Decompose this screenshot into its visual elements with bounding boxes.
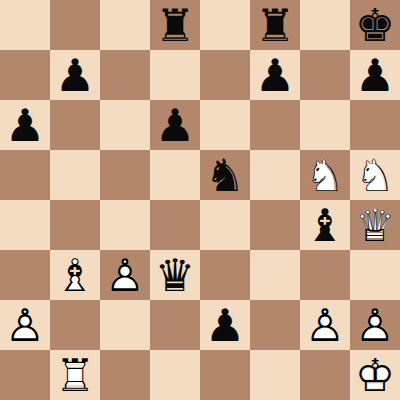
piece-white-knight[interactable]: ♞♘ (300, 150, 350, 200)
piece-white-bishop[interactable]: ♝♗ (50, 250, 100, 300)
square-d2[interactable] (150, 300, 200, 350)
square-b2[interactable] (50, 300, 100, 350)
square-f8[interactable]: ♜ (250, 0, 300, 50)
square-b8[interactable] (50, 0, 100, 50)
square-f7[interactable]: ♟ (250, 50, 300, 100)
square-c5[interactable] (100, 150, 150, 200)
piece-black-pawn[interactable]: ♟ (50, 50, 100, 100)
piece-black-pawn[interactable]: ♟ (250, 50, 300, 100)
square-b7[interactable]: ♟ (50, 50, 100, 100)
square-d7[interactable] (150, 50, 200, 100)
square-e2[interactable]: ♟ (200, 300, 250, 350)
chess-board: ♜♜♚♟♟♟♟♟♞♞♘♞♘♝♛♕♝♗♟♙♛♟♙♟♟♙♟♙♜♖♚♔ (0, 0, 400, 400)
square-a1[interactable] (0, 350, 50, 400)
piece-black-knight[interactable]: ♞ (200, 150, 250, 200)
square-g5[interactable]: ♞♘ (300, 150, 350, 200)
square-d3[interactable]: ♛ (150, 250, 200, 300)
square-f2[interactable] (250, 300, 300, 350)
piece-glyph-outline: ♔ (350, 350, 400, 400)
piece-glyph: ♟ (200, 300, 250, 350)
square-a3[interactable] (0, 250, 50, 300)
square-g4[interactable]: ♝ (300, 200, 350, 250)
square-f6[interactable] (250, 100, 300, 150)
square-b4[interactable] (50, 200, 100, 250)
piece-glyph-outline: ♙ (300, 300, 350, 350)
square-d5[interactable] (150, 150, 200, 200)
square-h1[interactable]: ♚♔ (350, 350, 400, 400)
piece-glyph: ♜ (250, 0, 300, 50)
square-c6[interactable] (100, 100, 150, 150)
square-f1[interactable] (250, 350, 300, 400)
square-h3[interactable] (350, 250, 400, 300)
square-e8[interactable] (200, 0, 250, 50)
square-g7[interactable] (300, 50, 350, 100)
square-h5[interactable]: ♞♘ (350, 150, 400, 200)
square-h2[interactable]: ♟♙ (350, 300, 400, 350)
square-e3[interactable] (200, 250, 250, 300)
piece-glyph: ♟ (0, 100, 50, 150)
piece-black-queen[interactable]: ♛ (150, 250, 200, 300)
square-a5[interactable] (0, 150, 50, 200)
square-a4[interactable] (0, 200, 50, 250)
piece-black-king[interactable]: ♚ (350, 0, 400, 50)
square-g6[interactable] (300, 100, 350, 150)
square-g8[interactable] (300, 0, 350, 50)
piece-black-bishop[interactable]: ♝ (300, 200, 350, 250)
piece-black-rook[interactable]: ♜ (150, 0, 200, 50)
piece-black-pawn[interactable]: ♟ (150, 100, 200, 150)
square-b3[interactable]: ♝♗ (50, 250, 100, 300)
square-a7[interactable] (0, 50, 50, 100)
square-a8[interactable] (0, 0, 50, 50)
square-c4[interactable] (100, 200, 150, 250)
piece-glyph-outline: ♙ (350, 300, 400, 350)
square-g1[interactable] (300, 350, 350, 400)
square-d4[interactable] (150, 200, 200, 250)
square-g3[interactable] (300, 250, 350, 300)
piece-glyph: ♚ (350, 0, 400, 50)
piece-glyph: ♟ (250, 50, 300, 100)
piece-black-pawn[interactable]: ♟ (0, 100, 50, 150)
piece-white-knight[interactable]: ♞♘ (350, 150, 400, 200)
square-b6[interactable] (50, 100, 100, 150)
piece-white-pawn[interactable]: ♟♙ (350, 300, 400, 350)
piece-glyph: ♟ (50, 50, 100, 100)
square-e4[interactable] (200, 200, 250, 250)
piece-glyph: ♟ (350, 50, 400, 100)
square-e6[interactable] (200, 100, 250, 150)
piece-glyph: ♜ (150, 0, 200, 50)
piece-black-rook[interactable]: ♜ (250, 0, 300, 50)
piece-black-pawn[interactable]: ♟ (200, 300, 250, 350)
piece-glyph-outline: ♕ (350, 200, 400, 250)
piece-white-pawn[interactable]: ♟♙ (100, 250, 150, 300)
square-c2[interactable] (100, 300, 150, 350)
piece-glyph-outline: ♙ (0, 300, 50, 350)
square-c8[interactable] (100, 0, 150, 50)
piece-glyph-outline: ♗ (50, 250, 100, 300)
square-a6[interactable]: ♟ (0, 100, 50, 150)
piece-glyph: ♟ (150, 100, 200, 150)
piece-white-king[interactable]: ♚♔ (350, 350, 400, 400)
square-b5[interactable] (50, 150, 100, 200)
square-e5[interactable]: ♞ (200, 150, 250, 200)
piece-white-pawn[interactable]: ♟♙ (0, 300, 50, 350)
square-a2[interactable]: ♟♙ (0, 300, 50, 350)
piece-glyph-outline: ♖ (50, 350, 100, 400)
piece-white-rook[interactable]: ♜♖ (50, 350, 100, 400)
square-h8[interactable]: ♚ (350, 0, 400, 50)
square-e1[interactable] (200, 350, 250, 400)
square-h6[interactable] (350, 100, 400, 150)
piece-black-pawn[interactable]: ♟ (350, 50, 400, 100)
piece-glyph-outline: ♘ (300, 150, 350, 200)
square-b1[interactable]: ♜♖ (50, 350, 100, 400)
piece-glyph: ♞ (200, 150, 250, 200)
square-e7[interactable] (200, 50, 250, 100)
square-g2[interactable]: ♟♙ (300, 300, 350, 350)
piece-glyph-outline: ♘ (350, 150, 400, 200)
square-h4[interactable]: ♛♕ (350, 200, 400, 250)
square-c7[interactable] (100, 50, 150, 100)
square-c1[interactable] (100, 350, 150, 400)
piece-glyph: ♝ (300, 200, 350, 250)
square-f3[interactable] (250, 250, 300, 300)
piece-white-queen[interactable]: ♛♕ (350, 200, 400, 250)
piece-white-pawn[interactable]: ♟♙ (300, 300, 350, 350)
square-f4[interactable] (250, 200, 300, 250)
square-d1[interactable] (150, 350, 200, 400)
square-h7[interactable]: ♟ (350, 50, 400, 100)
piece-glyph: ♛ (150, 250, 200, 300)
piece-glyph-outline: ♙ (100, 250, 150, 300)
square-f5[interactable] (250, 150, 300, 200)
square-d8[interactable]: ♜ (150, 0, 200, 50)
square-c3[interactable]: ♟♙ (100, 250, 150, 300)
square-d6[interactable]: ♟ (150, 100, 200, 150)
